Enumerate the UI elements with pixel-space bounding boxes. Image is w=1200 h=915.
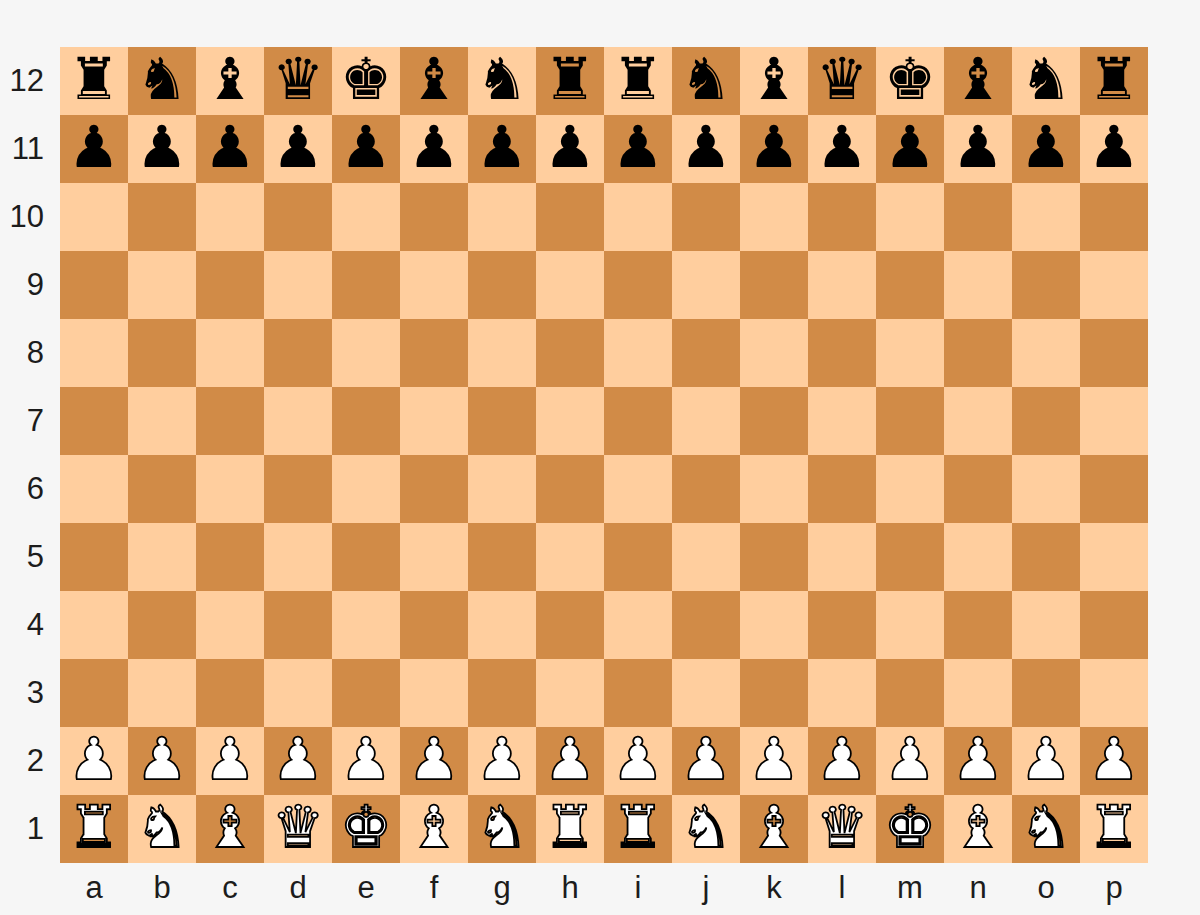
- black-knight-b12: ♞: [136, 50, 188, 108]
- white-pawn-c2: ♟: [204, 730, 256, 788]
- square-p8[interactable]: [1080, 319, 1148, 387]
- square-n5[interactable]: [944, 523, 1012, 591]
- square-g10[interactable]: [468, 183, 536, 251]
- square-g7[interactable]: [468, 387, 536, 455]
- square-c11[interactable]: ♟: [196, 115, 264, 183]
- square-e6[interactable]: [332, 455, 400, 523]
- rank-label-12: 12: [0, 47, 52, 115]
- square-l11[interactable]: ♟: [808, 115, 876, 183]
- square-g6[interactable]: [468, 455, 536, 523]
- white-pawn-a2: ♟: [68, 730, 120, 788]
- square-g4[interactable]: [468, 591, 536, 659]
- black-pawn-f11: ♟: [408, 118, 460, 176]
- white-rook-i1: ♜: [612, 798, 664, 856]
- square-g11[interactable]: ♟: [468, 115, 536, 183]
- square-h2[interactable]: ♟: [536, 727, 604, 795]
- square-j5[interactable]: [672, 523, 740, 591]
- square-n8[interactable]: [944, 319, 1012, 387]
- file-label-b: b: [128, 866, 196, 910]
- square-e7[interactable]: [332, 387, 400, 455]
- black-pawn-g11: ♟: [476, 118, 528, 176]
- square-n4[interactable]: [944, 591, 1012, 659]
- square-o3[interactable]: [1012, 659, 1080, 727]
- white-pawn-d2: ♟: [272, 730, 324, 788]
- black-pawn-h11: ♟: [544, 118, 596, 176]
- file-label-l: l: [808, 866, 876, 910]
- square-c12[interactable]: ♝: [196, 47, 264, 115]
- square-h7[interactable]: [536, 387, 604, 455]
- square-p11[interactable]: ♟: [1080, 115, 1148, 183]
- white-bishop-n1: ♝: [952, 798, 1004, 856]
- black-pawn-l11: ♟: [816, 118, 868, 176]
- square-d12[interactable]: ♛: [264, 47, 332, 115]
- square-g8[interactable]: [468, 319, 536, 387]
- square-j11[interactable]: ♟: [672, 115, 740, 183]
- rank-label-2: 2: [0, 727, 52, 795]
- black-king-e12: ♚: [340, 50, 392, 108]
- square-a6[interactable]: [60, 455, 128, 523]
- square-n7[interactable]: [944, 387, 1012, 455]
- square-f7[interactable]: [400, 387, 468, 455]
- black-rook-a12: ♜: [68, 50, 120, 108]
- square-j2[interactable]: ♟: [672, 727, 740, 795]
- square-k6[interactable]: [740, 455, 808, 523]
- square-o7[interactable]: [1012, 387, 1080, 455]
- black-king-m12: ♚: [884, 50, 936, 108]
- square-o6[interactable]: [1012, 455, 1080, 523]
- black-pawn-o11: ♟: [1020, 118, 1072, 176]
- square-p10[interactable]: [1080, 183, 1148, 251]
- square-l4[interactable]: [808, 591, 876, 659]
- black-pawn-n11: ♟: [952, 118, 1004, 176]
- square-c2[interactable]: ♟: [196, 727, 264, 795]
- square-m9[interactable]: [876, 251, 944, 319]
- file-label-p: p: [1080, 866, 1148, 910]
- rank-label-6: 6: [0, 455, 52, 523]
- white-bishop-f1: ♝: [408, 798, 460, 856]
- square-f12[interactable]: ♝: [400, 47, 468, 115]
- square-j9[interactable]: [672, 251, 740, 319]
- black-knight-g12: ♞: [476, 50, 528, 108]
- rank-label-8: 8: [0, 319, 52, 387]
- file-label-m: m: [876, 866, 944, 910]
- square-i8[interactable]: [604, 319, 672, 387]
- square-i1[interactable]: ♜: [604, 795, 672, 863]
- square-a3[interactable]: [60, 659, 128, 727]
- square-n10[interactable]: [944, 183, 1012, 251]
- square-e8[interactable]: [332, 319, 400, 387]
- square-h6[interactable]: [536, 455, 604, 523]
- square-p6[interactable]: [1080, 455, 1148, 523]
- square-p12[interactable]: ♜: [1080, 47, 1148, 115]
- square-b2[interactable]: ♟: [128, 727, 196, 795]
- chess-board: ♜♞♝♛♚♝♞♜♜♞♝♛♚♝♞♜♟♟♟♟♟♟♟♟♟♟♟♟♟♟♟♟♟♟♟♟♟♟♟♟…: [60, 47, 1148, 863]
- square-d11[interactable]: ♟: [264, 115, 332, 183]
- square-h4[interactable]: [536, 591, 604, 659]
- square-c10[interactable]: [196, 183, 264, 251]
- rank-label-11: 11: [0, 115, 52, 183]
- black-knight-o12: ♞: [1020, 50, 1072, 108]
- square-h11[interactable]: ♟: [536, 115, 604, 183]
- white-pawn-l2: ♟: [816, 730, 868, 788]
- square-k7[interactable]: [740, 387, 808, 455]
- square-c9[interactable]: [196, 251, 264, 319]
- white-king-e1: ♚: [340, 798, 392, 856]
- square-m4[interactable]: [876, 591, 944, 659]
- square-j10[interactable]: [672, 183, 740, 251]
- square-e2[interactable]: ♟: [332, 727, 400, 795]
- white-pawn-g2: ♟: [476, 730, 528, 788]
- square-m1[interactable]: ♚: [876, 795, 944, 863]
- square-d1[interactable]: ♛: [264, 795, 332, 863]
- square-o8[interactable]: [1012, 319, 1080, 387]
- square-j6[interactable]: [672, 455, 740, 523]
- square-c1[interactable]: ♝: [196, 795, 264, 863]
- rank-label-3: 3: [0, 659, 52, 727]
- square-g2[interactable]: ♟: [468, 727, 536, 795]
- square-l12[interactable]: ♛: [808, 47, 876, 115]
- square-d6[interactable]: [264, 455, 332, 523]
- square-n12[interactable]: ♝: [944, 47, 1012, 115]
- white-pawn-e2: ♟: [340, 730, 392, 788]
- black-knight-j12: ♞: [680, 50, 732, 108]
- square-j8[interactable]: [672, 319, 740, 387]
- square-k1[interactable]: ♝: [740, 795, 808, 863]
- white-knight-g1: ♞: [476, 798, 528, 856]
- square-i2[interactable]: ♟: [604, 727, 672, 795]
- white-rook-h1: ♜: [544, 798, 596, 856]
- black-bishop-n12: ♝: [952, 50, 1004, 108]
- rank-label-7: 7: [0, 387, 52, 455]
- white-pawn-o2: ♟: [1020, 730, 1072, 788]
- file-label-n: n: [944, 866, 1012, 910]
- black-bishop-c12: ♝: [204, 50, 256, 108]
- black-pawn-d11: ♟: [272, 118, 324, 176]
- square-b6[interactable]: [128, 455, 196, 523]
- black-queen-l12: ♛: [816, 50, 868, 108]
- square-o5[interactable]: [1012, 523, 1080, 591]
- square-f2[interactable]: ♟: [400, 727, 468, 795]
- square-g9[interactable]: [468, 251, 536, 319]
- square-d4[interactable]: [264, 591, 332, 659]
- square-e10[interactable]: [332, 183, 400, 251]
- white-knight-b1: ♞: [136, 798, 188, 856]
- square-d10[interactable]: [264, 183, 332, 251]
- file-label-o: o: [1012, 866, 1080, 910]
- square-k12[interactable]: ♝: [740, 47, 808, 115]
- square-n9[interactable]: [944, 251, 1012, 319]
- square-f3[interactable]: [400, 659, 468, 727]
- square-e4[interactable]: [332, 591, 400, 659]
- black-pawn-m11: ♟: [884, 118, 936, 176]
- square-k8[interactable]: [740, 319, 808, 387]
- white-bishop-k1: ♝: [748, 798, 800, 856]
- square-a2[interactable]: ♟: [60, 727, 128, 795]
- white-pawn-n2: ♟: [952, 730, 1004, 788]
- square-n3[interactable]: [944, 659, 1012, 727]
- white-knight-o1: ♞: [1020, 798, 1072, 856]
- square-n2[interactable]: ♟: [944, 727, 1012, 795]
- rank-label-1: 1: [0, 795, 52, 863]
- square-h5[interactable]: [536, 523, 604, 591]
- square-m3[interactable]: [876, 659, 944, 727]
- square-k2[interactable]: ♟: [740, 727, 808, 795]
- black-pawn-j11: ♟: [680, 118, 732, 176]
- square-e1[interactable]: ♚: [332, 795, 400, 863]
- square-e12[interactable]: ♚: [332, 47, 400, 115]
- black-bishop-k12: ♝: [748, 50, 800, 108]
- square-m12[interactable]: ♚: [876, 47, 944, 115]
- square-h10[interactable]: [536, 183, 604, 251]
- file-label-d: d: [264, 866, 332, 910]
- square-m2[interactable]: ♟: [876, 727, 944, 795]
- square-i7[interactable]: [604, 387, 672, 455]
- white-pawn-i2: ♟: [612, 730, 664, 788]
- square-f11[interactable]: ♟: [400, 115, 468, 183]
- square-c7[interactable]: [196, 387, 264, 455]
- square-b3[interactable]: [128, 659, 196, 727]
- square-m10[interactable]: [876, 183, 944, 251]
- white-pawn-k2: ♟: [748, 730, 800, 788]
- square-o10[interactable]: [1012, 183, 1080, 251]
- square-j1[interactable]: ♞: [672, 795, 740, 863]
- square-p3[interactable]: [1080, 659, 1148, 727]
- file-label-f: f: [400, 866, 468, 910]
- square-o1[interactable]: ♞: [1012, 795, 1080, 863]
- file-label-i: i: [604, 866, 672, 910]
- square-i3[interactable]: [604, 659, 672, 727]
- square-l5[interactable]: [808, 523, 876, 591]
- white-bishop-c1: ♝: [204, 798, 256, 856]
- square-d3[interactable]: [264, 659, 332, 727]
- square-a7[interactable]: [60, 387, 128, 455]
- square-h9[interactable]: [536, 251, 604, 319]
- square-p5[interactable]: [1080, 523, 1148, 591]
- square-d8[interactable]: [264, 319, 332, 387]
- file-label-k: k: [740, 866, 808, 910]
- file-label-a: a: [60, 866, 128, 910]
- square-b11[interactable]: ♟: [128, 115, 196, 183]
- rank-label-10: 10: [0, 183, 52, 251]
- square-a12[interactable]: ♜: [60, 47, 128, 115]
- square-m11[interactable]: ♟: [876, 115, 944, 183]
- square-l7[interactable]: [808, 387, 876, 455]
- square-n6[interactable]: [944, 455, 1012, 523]
- square-l2[interactable]: ♟: [808, 727, 876, 795]
- square-i9[interactable]: [604, 251, 672, 319]
- white-pawn-b2: ♟: [136, 730, 188, 788]
- square-a9[interactable]: [60, 251, 128, 319]
- rank-label-5: 5: [0, 523, 52, 591]
- square-f5[interactable]: [400, 523, 468, 591]
- square-a10[interactable]: [60, 183, 128, 251]
- square-o11[interactable]: ♟: [1012, 115, 1080, 183]
- square-f1[interactable]: ♝: [400, 795, 468, 863]
- square-c3[interactable]: [196, 659, 264, 727]
- white-pawn-f2: ♟: [408, 730, 460, 788]
- black-rook-i12: ♜: [612, 50, 664, 108]
- square-p7[interactable]: [1080, 387, 1148, 455]
- file-label-h: h: [536, 866, 604, 910]
- square-j4[interactable]: [672, 591, 740, 659]
- white-pawn-h2: ♟: [544, 730, 596, 788]
- square-a1[interactable]: ♜: [60, 795, 128, 863]
- file-label-g: g: [468, 866, 536, 910]
- white-knight-j1: ♞: [680, 798, 732, 856]
- square-e5[interactable]: [332, 523, 400, 591]
- square-e9[interactable]: [332, 251, 400, 319]
- square-k3[interactable]: [740, 659, 808, 727]
- white-pawn-p2: ♟: [1088, 730, 1140, 788]
- board-diagram: 121110987654321 ♜♞♝♛♚♝♞♜♜♞♝♛♚♝♞♜♟♟♟♟♟♟♟♟…: [0, 0, 1200, 915]
- square-j7[interactable]: [672, 387, 740, 455]
- square-g5[interactable]: [468, 523, 536, 591]
- square-c6[interactable]: [196, 455, 264, 523]
- square-e11[interactable]: ♟: [332, 115, 400, 183]
- black-pawn-p11: ♟: [1088, 118, 1140, 176]
- square-k11[interactable]: ♟: [740, 115, 808, 183]
- square-m8[interactable]: [876, 319, 944, 387]
- square-j12[interactable]: ♞: [672, 47, 740, 115]
- black-rook-p12: ♜: [1088, 50, 1140, 108]
- square-d2[interactable]: ♟: [264, 727, 332, 795]
- square-h8[interactable]: [536, 319, 604, 387]
- square-b9[interactable]: [128, 251, 196, 319]
- white-queen-l1: ♛: [816, 798, 868, 856]
- file-label-c: c: [196, 866, 264, 910]
- square-l10[interactable]: [808, 183, 876, 251]
- black-pawn-b11: ♟: [136, 118, 188, 176]
- white-rook-p1: ♜: [1088, 798, 1140, 856]
- square-l3[interactable]: [808, 659, 876, 727]
- square-f9[interactable]: [400, 251, 468, 319]
- square-d7[interactable]: [264, 387, 332, 455]
- white-king-m1: ♚: [884, 798, 936, 856]
- square-b4[interactable]: [128, 591, 196, 659]
- square-n11[interactable]: ♟: [944, 115, 1012, 183]
- square-k5[interactable]: [740, 523, 808, 591]
- black-pawn-e11: ♟: [340, 118, 392, 176]
- square-g12[interactable]: ♞: [468, 47, 536, 115]
- square-l1[interactable]: ♛: [808, 795, 876, 863]
- square-g3[interactable]: [468, 659, 536, 727]
- square-c5[interactable]: [196, 523, 264, 591]
- black-rook-h12: ♜: [544, 50, 596, 108]
- square-o2[interactable]: ♟: [1012, 727, 1080, 795]
- square-i11[interactable]: ♟: [604, 115, 672, 183]
- square-i10[interactable]: [604, 183, 672, 251]
- square-a5[interactable]: [60, 523, 128, 591]
- square-b5[interactable]: [128, 523, 196, 591]
- square-p1[interactable]: ♜: [1080, 795, 1148, 863]
- square-o12[interactable]: ♞: [1012, 47, 1080, 115]
- black-pawn-c11: ♟: [204, 118, 256, 176]
- square-o4[interactable]: [1012, 591, 1080, 659]
- square-o9[interactable]: [1012, 251, 1080, 319]
- square-f8[interactable]: [400, 319, 468, 387]
- white-pawn-m2: ♟: [884, 730, 936, 788]
- square-b12[interactable]: ♞: [128, 47, 196, 115]
- square-c4[interactable]: [196, 591, 264, 659]
- white-rook-a1: ♜: [68, 798, 120, 856]
- square-i4[interactable]: [604, 591, 672, 659]
- black-bishop-f12: ♝: [408, 50, 460, 108]
- square-f10[interactable]: [400, 183, 468, 251]
- square-a4[interactable]: [60, 591, 128, 659]
- square-n1[interactable]: ♝: [944, 795, 1012, 863]
- square-k4[interactable]: [740, 591, 808, 659]
- square-k10[interactable]: [740, 183, 808, 251]
- square-p4[interactable]: [1080, 591, 1148, 659]
- square-p9[interactable]: [1080, 251, 1148, 319]
- square-j3[interactable]: [672, 659, 740, 727]
- file-label-e: e: [332, 866, 400, 910]
- square-a8[interactable]: [60, 319, 128, 387]
- square-p2[interactable]: ♟: [1080, 727, 1148, 795]
- square-e3[interactable]: [332, 659, 400, 727]
- file-labels: abcdefghijklmnop: [60, 866, 1148, 910]
- square-b7[interactable]: [128, 387, 196, 455]
- black-pawn-k11: ♟: [748, 118, 800, 176]
- square-f4[interactable]: [400, 591, 468, 659]
- square-b8[interactable]: [128, 319, 196, 387]
- square-d5[interactable]: [264, 523, 332, 591]
- square-g1[interactable]: ♞: [468, 795, 536, 863]
- square-l9[interactable]: [808, 251, 876, 319]
- square-c8[interactable]: [196, 319, 264, 387]
- square-a11[interactable]: ♟: [60, 115, 128, 183]
- black-pawn-a11: ♟: [68, 118, 120, 176]
- square-d9[interactable]: [264, 251, 332, 319]
- rank-label-9: 9: [0, 251, 52, 319]
- white-pawn-j2: ♟: [680, 730, 732, 788]
- square-m6[interactable]: [876, 455, 944, 523]
- white-queen-d1: ♛: [272, 798, 324, 856]
- square-f6[interactable]: [400, 455, 468, 523]
- square-i5[interactable]: [604, 523, 672, 591]
- black-queen-d12: ♛: [272, 50, 324, 108]
- square-h3[interactable]: [536, 659, 604, 727]
- black-pawn-i11: ♟: [612, 118, 664, 176]
- rank-label-4: 4: [0, 591, 52, 659]
- square-l8[interactable]: [808, 319, 876, 387]
- square-b1[interactable]: ♞: [128, 795, 196, 863]
- square-l6[interactable]: [808, 455, 876, 523]
- rank-labels: 121110987654321: [0, 47, 52, 863]
- file-label-j: j: [672, 866, 740, 910]
- square-b10[interactable]: [128, 183, 196, 251]
- square-h12[interactable]: ♜: [536, 47, 604, 115]
- square-i6[interactable]: [604, 455, 672, 523]
- square-k9[interactable]: [740, 251, 808, 319]
- square-i12[interactable]: ♜: [604, 47, 672, 115]
- square-h1[interactable]: ♜: [536, 795, 604, 863]
- square-m5[interactable]: [876, 523, 944, 591]
- square-m7[interactable]: [876, 387, 944, 455]
